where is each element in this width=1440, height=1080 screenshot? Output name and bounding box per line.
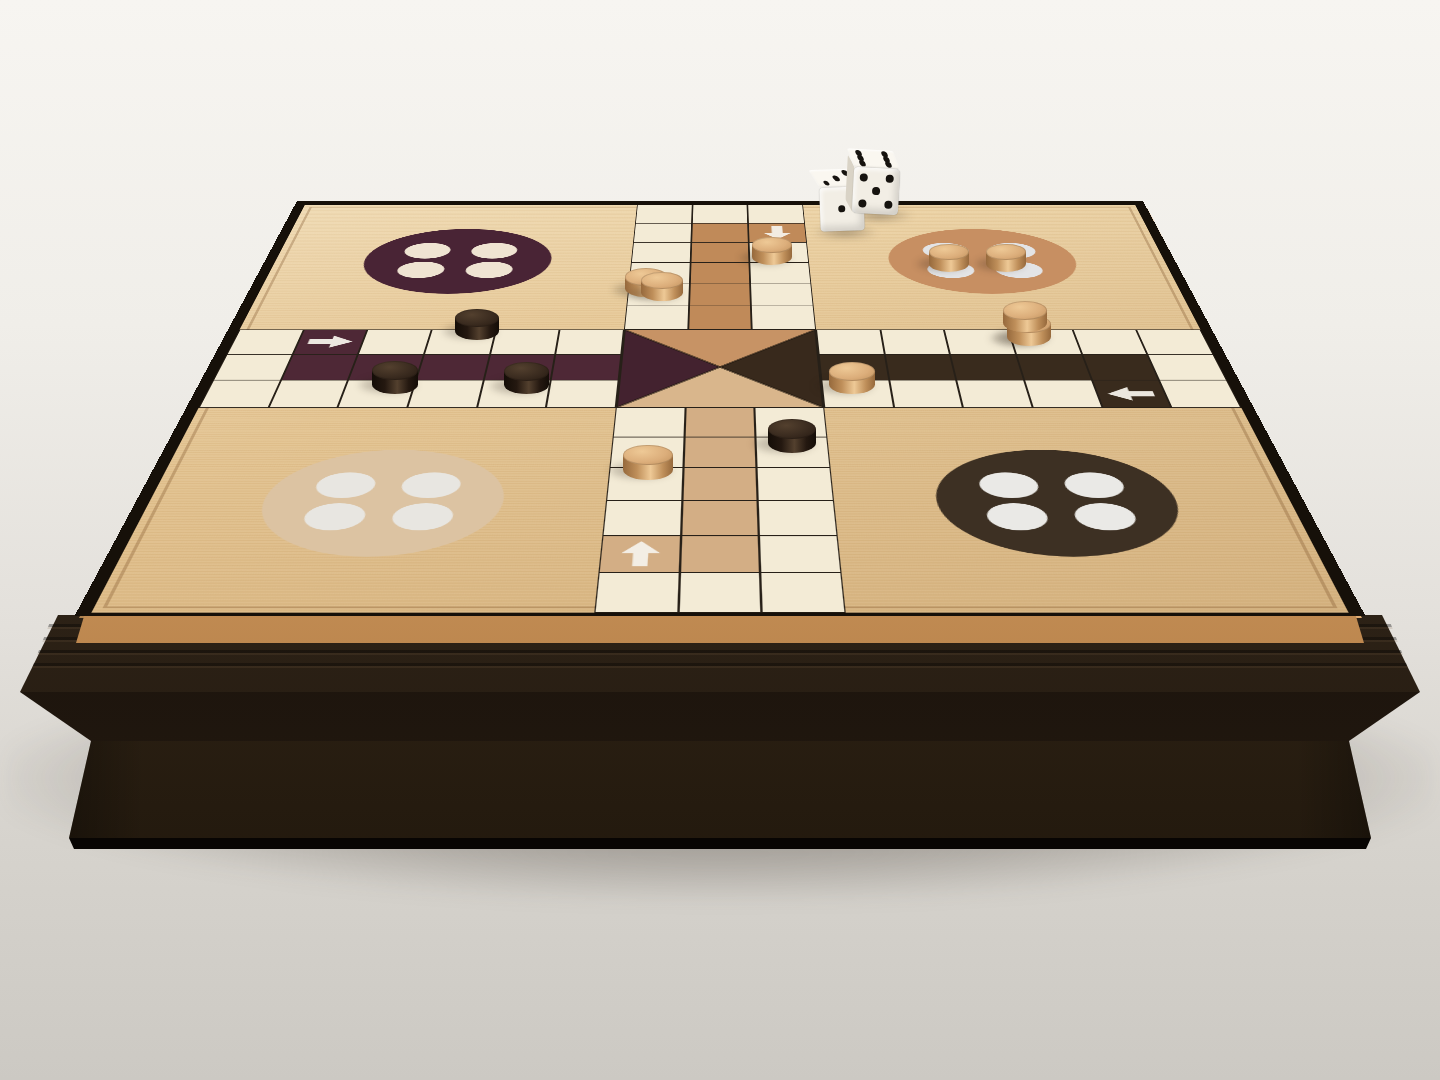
die-front-face — [852, 167, 900, 215]
pieces-overlay — [0, 0, 1440, 1080]
token-light[interactable] — [641, 272, 683, 301]
token-dark[interactable] — [372, 361, 418, 393]
token-light[interactable] — [752, 237, 792, 265]
token-light[interactable] — [623, 445, 673, 480]
token-dark[interactable] — [504, 362, 550, 394]
token-dark[interactable] — [455, 309, 498, 340]
token-light[interactable] — [986, 244, 1026, 272]
token-light[interactable] — [929, 244, 969, 272]
die-2[interactable] — [852, 167, 900, 215]
die-top-face — [847, 148, 900, 169]
token-light[interactable] — [1003, 301, 1047, 332]
scene — [0, 0, 1440, 1080]
token-dark[interactable] — [768, 419, 817, 453]
token-light[interactable] — [829, 362, 875, 394]
